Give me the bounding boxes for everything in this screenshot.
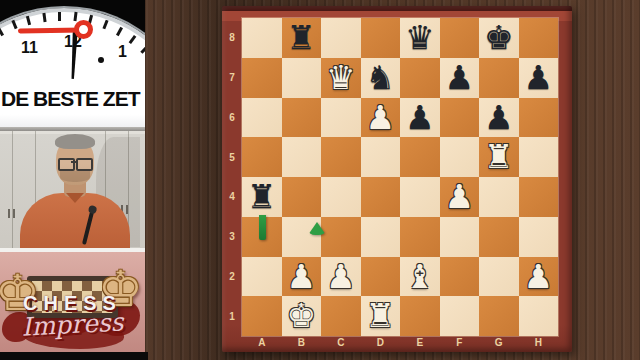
chess-board: ♜♛♚♛♞♟♟♟♟♟♜♜♟♟♟♝♟♚♜ — [242, 18, 558, 336]
square-h3 — [519, 217, 559, 257]
square-e8: ♛ — [400, 18, 440, 58]
square-f6 — [440, 98, 480, 138]
square-d2 — [361, 257, 401, 297]
square-a6 — [242, 98, 282, 138]
black-knight-d7: ♞ — [361, 58, 401, 98]
white-bishop-e2: ♝ — [400, 257, 440, 297]
square-f5 — [440, 137, 480, 177]
square-f8 — [440, 18, 480, 58]
square-e7 — [400, 58, 440, 98]
presenter-glasses — [58, 158, 92, 169]
file-label-c: C — [321, 337, 361, 350]
rank-label-2: 2 — [222, 257, 242, 297]
square-c3 — [321, 217, 361, 257]
square-g4 — [479, 177, 519, 217]
file-label-e: E — [400, 337, 440, 350]
presenter-jaw-shading — [60, 171, 90, 182]
square-h8 — [519, 18, 559, 58]
glasses-bridge — [71, 161, 76, 163]
clock-numeral-11: 11 — [21, 39, 38, 57]
square-g8: ♚ — [479, 18, 519, 58]
square-c5 — [321, 137, 361, 177]
square-e6: ♟ — [400, 98, 440, 138]
door-handle — [13, 209, 15, 218]
white-pawn-f4: ♟ — [440, 177, 480, 217]
clock-center-pin — [74, 20, 93, 39]
square-f1 — [440, 296, 480, 336]
white-pawn-h2: ♟ — [519, 257, 559, 297]
arrow-head — [308, 222, 326, 235]
rank-label-1: 1 — [222, 296, 242, 336]
square-a1 — [242, 296, 282, 336]
black-rook-a4: ♜ — [242, 177, 282, 217]
white-rook-d1: ♜ — [361, 296, 401, 336]
webcam-panel — [0, 131, 145, 248]
square-d4 — [361, 177, 401, 217]
clock-panel: 11 12 1 DE BESTE ZET — [0, 0, 145, 127]
logo-panel: ♚ ♚ CHESS Impress — [0, 252, 145, 352]
square-h2: ♟ — [519, 257, 559, 297]
square-h5 — [519, 137, 559, 177]
square-a5 — [242, 137, 282, 177]
square-c1 — [321, 296, 361, 336]
rank-label-6: 6 — [222, 98, 242, 138]
black-pawn-g6: ♟ — [479, 98, 519, 138]
square-g6: ♟ — [479, 98, 519, 138]
rank-labels: 87654321 — [222, 18, 242, 336]
square-b5 — [282, 137, 322, 177]
rank-label-3: 3 — [222, 217, 242, 257]
square-b7 — [282, 58, 322, 98]
door-handle — [8, 209, 10, 218]
white-rook-g5: ♜ — [479, 137, 519, 177]
black-pawn-f7: ♟ — [440, 58, 480, 98]
rank-label-8: 8 — [222, 18, 242, 58]
square-e3 — [400, 217, 440, 257]
black-queen-e8: ♛ — [400, 18, 440, 58]
clock-tick — [73, 12, 77, 21]
square-e5 — [400, 137, 440, 177]
square-d3 — [361, 217, 401, 257]
square-h7: ♟ — [519, 58, 559, 98]
black-pawn-h7: ♟ — [519, 58, 559, 98]
square-d6: ♟ — [361, 98, 401, 138]
move-arrow-a4 — [252, 215, 272, 255]
square-a7 — [242, 58, 282, 98]
square-a2 — [242, 257, 282, 297]
square-g1 — [479, 296, 519, 336]
square-f4: ♟ — [440, 177, 480, 217]
square-g7 — [479, 58, 519, 98]
square-f3 — [440, 217, 480, 257]
closet-door-line — [12, 131, 13, 248]
square-e1 — [400, 296, 440, 336]
file-label-h: H — [519, 337, 559, 350]
file-label-b: B — [282, 337, 322, 350]
glasses-right-lens — [76, 158, 93, 171]
square-e2: ♝ — [400, 257, 440, 297]
clock-tick — [42, 12, 46, 21]
square-c4 — [321, 177, 361, 217]
square-g2 — [479, 257, 519, 297]
file-label-f: F — [440, 337, 480, 350]
white-king-b1: ♚ — [282, 296, 322, 336]
clock-caption-text: DE BESTE ZET — [0, 85, 145, 111]
black-rook-b8: ♜ — [282, 18, 322, 58]
black-pawn-e6: ♟ — [400, 98, 440, 138]
square-h6 — [519, 98, 559, 138]
square-c2: ♟ — [321, 257, 361, 297]
square-g3 — [479, 217, 519, 257]
square-h1 — [519, 296, 559, 336]
square-b2: ♟ — [282, 257, 322, 297]
square-a8 — [242, 18, 282, 58]
square-c6 — [321, 98, 361, 138]
white-pawn-b2: ♟ — [282, 257, 322, 297]
rank-label-5: 5 — [222, 137, 242, 177]
square-d1: ♜ — [361, 296, 401, 336]
file-labels: ABCDEFGH — [242, 337, 558, 350]
square-d8 — [361, 18, 401, 58]
arrow-stem — [259, 215, 266, 240]
square-b4 — [282, 177, 322, 217]
bottom-black-bar — [0, 352, 148, 360]
square-c8 — [321, 18, 361, 58]
square-b8: ♜ — [282, 18, 322, 58]
clock-numeral-1: 1 — [118, 43, 127, 61]
square-d7: ♞ — [361, 58, 401, 98]
file-label-g: G — [479, 337, 519, 350]
rank-label-4: 4 — [222, 177, 242, 217]
square-c7: ♛ — [321, 58, 361, 98]
clock-tick — [58, 11, 61, 20]
clock-marker-dot — [98, 57, 104, 63]
square-b6 — [282, 98, 322, 138]
white-pawn-c2: ♟ — [321, 257, 361, 297]
square-f2 — [440, 257, 480, 297]
glasses-left-lens — [58, 158, 75, 171]
square-e4 — [400, 177, 440, 217]
clock-caption-band: DE BESTE ZET — [0, 85, 145, 127]
black-king-g8: ♚ — [479, 18, 519, 58]
square-d5 — [361, 137, 401, 177]
square-h4 — [519, 177, 559, 217]
presenter-hair — [55, 134, 95, 149]
square-b1: ♚ — [282, 296, 322, 336]
white-pawn-d6: ♟ — [361, 98, 401, 138]
square-a4: ♜ — [242, 177, 282, 217]
file-label-d: D — [361, 337, 401, 350]
file-label-a: A — [242, 337, 282, 350]
square-g5: ♜ — [479, 137, 519, 177]
rank-label-7: 7 — [222, 58, 242, 98]
white-queen-c7: ♛ — [321, 58, 361, 98]
square-f7: ♟ — [440, 58, 480, 98]
